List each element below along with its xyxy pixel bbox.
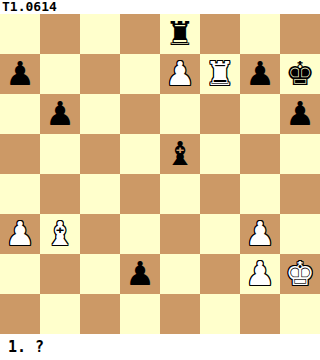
square-b2[interactable]: [40, 254, 80, 294]
square-g4[interactable]: [240, 174, 280, 214]
square-c5[interactable]: [80, 134, 120, 174]
move-prompt: 1. ?: [8, 336, 44, 358]
square-e3[interactable]: [160, 214, 200, 254]
square-h6[interactable]: ♟: [280, 94, 320, 134]
square-f3[interactable]: [200, 214, 240, 254]
square-c7[interactable]: [80, 54, 120, 94]
black-pawn: ♟: [5, 54, 35, 94]
black-pawn: ♟: [285, 94, 315, 134]
square-g2[interactable]: ♟: [240, 254, 280, 294]
square-b5[interactable]: [40, 134, 80, 174]
square-f7[interactable]: ♜: [200, 54, 240, 94]
square-b6[interactable]: ♟: [40, 94, 80, 134]
square-a1[interactable]: [0, 294, 40, 334]
square-h2[interactable]: ♚: [280, 254, 320, 294]
square-e2[interactable]: [160, 254, 200, 294]
white-pawn: ♟: [165, 54, 195, 94]
square-e1[interactable]: [160, 294, 200, 334]
square-d4[interactable]: [120, 174, 160, 214]
square-c4[interactable]: [80, 174, 120, 214]
square-h7[interactable]: ♚: [280, 54, 320, 94]
square-f6[interactable]: [200, 94, 240, 134]
white-bishop: ♝: [45, 214, 75, 254]
square-h5[interactable]: [280, 134, 320, 174]
square-c6[interactable]: [80, 94, 120, 134]
square-b1[interactable]: [40, 294, 80, 334]
black-pawn: ♟: [245, 54, 275, 94]
puzzle-id: T1.0614: [2, 0, 57, 14]
square-c1[interactable]: [80, 294, 120, 334]
square-f8[interactable]: [200, 14, 240, 54]
square-h3[interactable]: [280, 214, 320, 254]
square-g3[interactable]: ♟: [240, 214, 280, 254]
square-f4[interactable]: [200, 174, 240, 214]
square-c3[interactable]: [80, 214, 120, 254]
square-a4[interactable]: [0, 174, 40, 214]
square-a6[interactable]: [0, 94, 40, 134]
black-king: ♚: [285, 54, 315, 94]
square-d1[interactable]: [120, 294, 160, 334]
square-g5[interactable]: [240, 134, 280, 174]
square-d3[interactable]: [120, 214, 160, 254]
square-d8[interactable]: [120, 14, 160, 54]
square-h1[interactable]: [280, 294, 320, 334]
square-h4[interactable]: [280, 174, 320, 214]
square-h8[interactable]: [280, 14, 320, 54]
square-a8[interactable]: [0, 14, 40, 54]
square-g7[interactable]: ♟: [240, 54, 280, 94]
square-b8[interactable]: [40, 14, 80, 54]
square-d6[interactable]: [120, 94, 160, 134]
square-e5[interactable]: ♝: [160, 134, 200, 174]
square-b7[interactable]: [40, 54, 80, 94]
square-a3[interactable]: ♟: [0, 214, 40, 254]
square-b3[interactable]: ♝: [40, 214, 80, 254]
square-d5[interactable]: [120, 134, 160, 174]
square-g8[interactable]: [240, 14, 280, 54]
square-a2[interactable]: [0, 254, 40, 294]
white-king: ♚: [285, 254, 315, 294]
square-a7[interactable]: ♟: [0, 54, 40, 94]
square-g1[interactable]: [240, 294, 280, 334]
square-e7[interactable]: ♟: [160, 54, 200, 94]
square-a5[interactable]: [0, 134, 40, 174]
black-bishop: ♝: [165, 134, 195, 174]
chess-board: ♜♟♟♜♟♚♟♟♝♟♝♟♟♟♚: [0, 14, 320, 334]
white-pawn: ♟: [245, 254, 275, 294]
white-rook: ♜: [205, 54, 235, 94]
square-e6[interactable]: [160, 94, 200, 134]
square-f5[interactable]: [200, 134, 240, 174]
square-e4[interactable]: [160, 174, 200, 214]
chess-puzzle-diagram: T1.0614 ♜♟♟♜♟♚♟♟♝♟♝♟♟♟♚ 1. ?: [0, 0, 320, 360]
square-b4[interactable]: [40, 174, 80, 214]
black-pawn: ♟: [45, 94, 75, 134]
black-pawn: ♟: [125, 254, 155, 294]
white-pawn: ♟: [245, 214, 275, 254]
square-f2[interactable]: [200, 254, 240, 294]
square-e8[interactable]: ♜: [160, 14, 200, 54]
black-rook: ♜: [165, 14, 195, 54]
square-d2[interactable]: ♟: [120, 254, 160, 294]
white-pawn: ♟: [5, 214, 35, 254]
square-d7[interactable]: [120, 54, 160, 94]
square-g6[interactable]: [240, 94, 280, 134]
square-c8[interactable]: [80, 14, 120, 54]
square-c2[interactable]: [80, 254, 120, 294]
square-f1[interactable]: [200, 294, 240, 334]
